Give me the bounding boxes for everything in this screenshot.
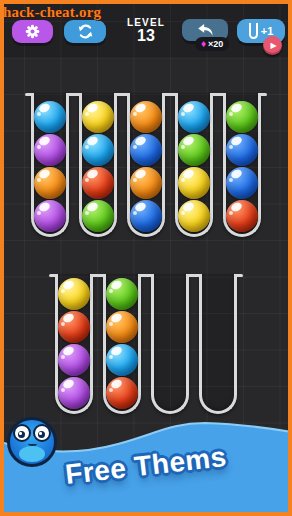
tube-7[interactable] [103,274,141,414]
ball-cyan [82,134,114,166]
refresh-icon [77,23,94,40]
ball-blue [130,200,162,232]
ball-orange [130,167,162,199]
ball-purple [34,134,66,166]
ball-green [178,134,210,166]
watch-ad-play-button[interactable]: ▶ [263,36,282,55]
mascot-character[interactable] [7,417,57,467]
ball-blue [226,134,258,166]
ball-red [226,200,258,232]
undo-count-badge: ♦ ×20 [195,37,229,51]
tube-2[interactable] [79,93,117,237]
ball-green [106,278,138,310]
ball-yellow [82,101,114,133]
restart-button[interactable] [64,20,106,43]
ball-green [82,200,114,232]
settings-button[interactable] [12,20,53,43]
tube-1[interactable] [31,93,69,237]
ball-blue [130,134,162,166]
ball-orange [106,311,138,343]
app-frame: hack-cheat.org LEVEL 13 ♦ [0,0,292,516]
ball-green [226,101,258,133]
tube-row-top [0,93,292,237]
ball-yellow [178,167,210,199]
ball-cyan [34,101,66,133]
ball-yellow [178,200,210,232]
mascot-right-eye [33,424,51,442]
level-indicator: LEVEL 13 [118,17,174,45]
ball-yellow [58,278,90,310]
ball-red [82,167,114,199]
tube-5[interactable] [223,93,261,237]
mascot-smile [28,441,37,446]
ball-orange [130,101,162,133]
gear-icon [24,23,41,40]
ball-cyan [178,101,210,133]
diamond-icon: ♦ [201,39,206,49]
tube-9[interactable] [199,274,237,414]
undo-count: ×20 [208,39,223,49]
tube-row-bottom [0,274,292,414]
ball-purple [58,344,90,376]
ball-purple [34,200,66,232]
mascot-belly [19,446,45,462]
tube-3[interactable] [127,93,165,237]
watermark-text: hack-cheat.org [3,4,101,21]
undo-arrow-icon [195,22,216,38]
ball-cyan [106,344,138,376]
ball-blue [226,167,258,199]
ball-red [58,311,90,343]
play-icon: ▶ [270,41,276,50]
ball-purple [58,377,90,409]
tube-8[interactable] [151,274,189,414]
tube-icon [249,23,258,39]
mascot-left-eye [13,424,31,442]
ball-red [106,377,138,409]
tube-6[interactable] [55,274,93,414]
level-value: 13 [118,28,174,45]
tube-4[interactable] [175,93,213,237]
ball-orange [34,167,66,199]
